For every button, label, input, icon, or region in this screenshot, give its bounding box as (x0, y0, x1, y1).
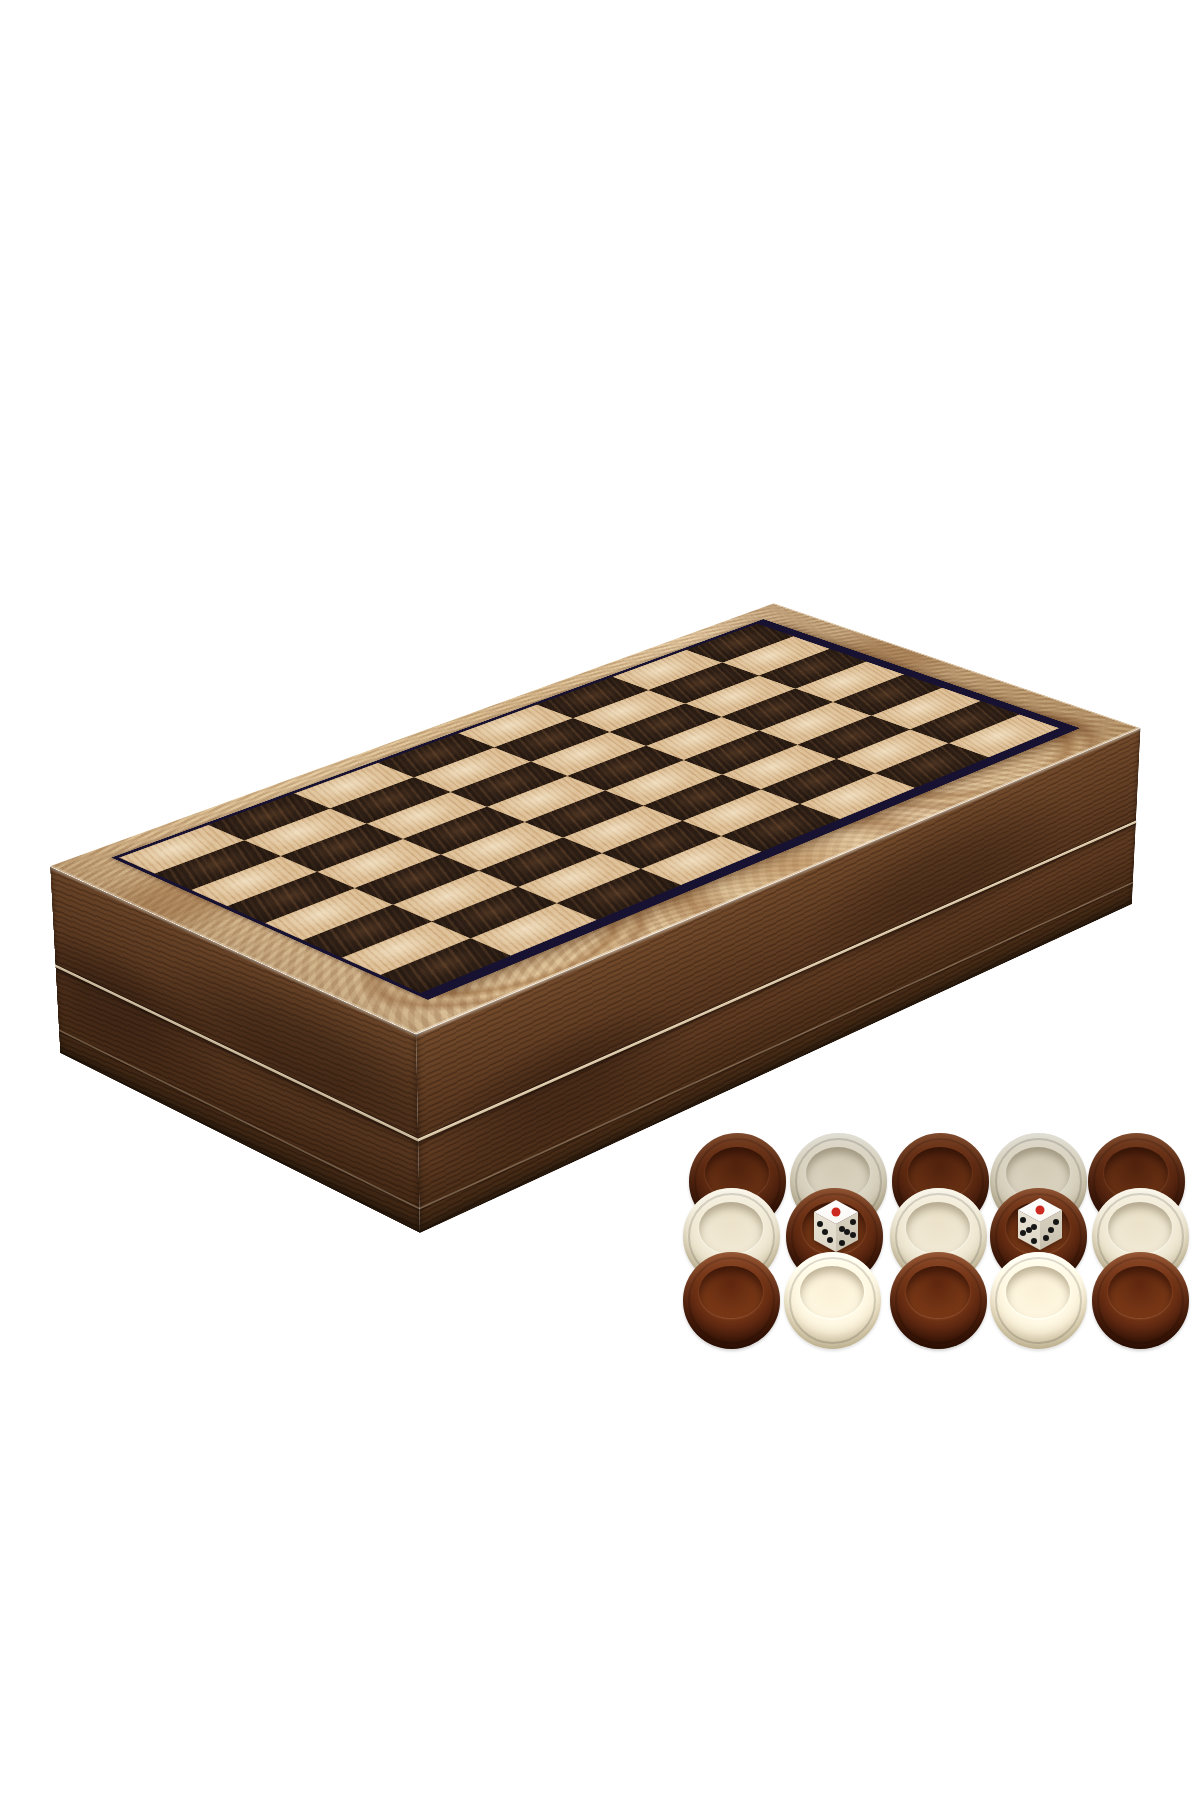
die-pip (839, 1240, 845, 1246)
die-pip (817, 1221, 823, 1227)
die-pip (844, 1229, 850, 1235)
die-pip (850, 1219, 856, 1225)
product-photo (0, 0, 1200, 1800)
checker-brown (890, 1252, 987, 1349)
checkers-and-dice (0, 0, 1200, 1800)
checker-brown (1092, 1252, 1189, 1349)
checker-brown (683, 1252, 780, 1349)
die (1018, 1198, 1062, 1250)
die-pip (1020, 1217, 1026, 1223)
checker-white (990, 1252, 1087, 1349)
die-pip (1043, 1235, 1049, 1241)
die-pip (850, 1232, 856, 1238)
die-pip (1048, 1227, 1054, 1233)
die-pip (1031, 1238, 1037, 1244)
die-pip (822, 1229, 828, 1235)
die (814, 1200, 858, 1252)
die-pip (1053, 1219, 1059, 1225)
die-pip-red (832, 1207, 841, 1216)
checker-white (784, 1252, 881, 1349)
die-pip (1031, 1224, 1037, 1230)
die-pip (1026, 1227, 1032, 1233)
die-pip (827, 1237, 833, 1243)
die-pip-red (1036, 1205, 1045, 1214)
